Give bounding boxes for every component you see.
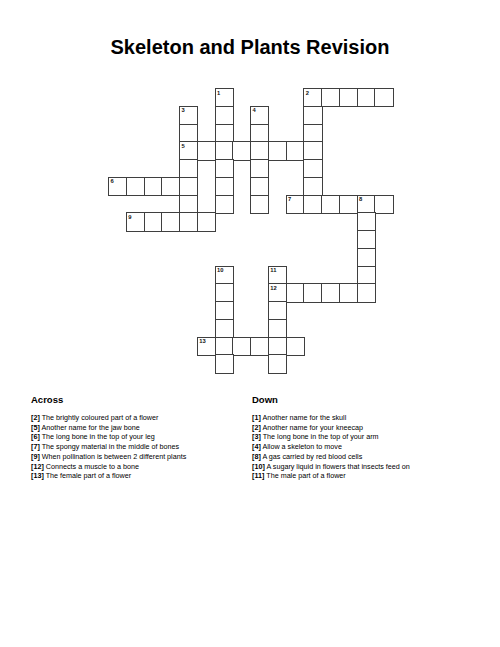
grid-cell-r5c0[interactable]: 6 [108,177,127,196]
grid-cell-r5c6[interactable] [215,177,234,196]
cell-number: 4 [253,107,256,113]
grid-cell-r2c8[interactable] [250,124,269,143]
grid-cell-r6c6[interactable] [215,195,234,214]
grid-cell-r11c6[interactable] [215,283,234,302]
clue-number: [8] [252,452,261,461]
grid-cell-r6c13[interactable] [339,195,358,214]
grid-cell-r14c5[interactable]: 13 [197,337,216,356]
grid-cell-r14c7[interactable] [232,337,251,356]
grid-cell-r5c4[interactable] [179,177,198,196]
grid-cell-r7c5[interactable] [197,212,216,231]
grid-cell-r1c6[interactable] [215,106,234,125]
clue-item-12: [12] Connects a muscle to a bone [31,462,247,472]
clue-number: [11] [252,471,264,480]
grid-cell-r2c11[interactable] [303,124,322,143]
grid-cell-r11c13[interactable] [339,283,358,302]
grid-cell-r3c9[interactable] [268,141,287,160]
clue-item-8: [8] A gas carried by red blood cells [252,452,492,462]
clue-number: [2] [252,423,261,432]
clue-text: The spongy material in the middle of bon… [40,442,179,451]
grid-cell-r3c5[interactable] [197,141,216,160]
clue-text: Another name for the skull [261,413,347,422]
clue-item-2: [2] Another name for your kneecap [252,423,492,433]
clue-item-3: [3] The long bone in the top of your arm [252,432,492,442]
clue-item-2: [2] The brightly coloured part of a flow… [31,413,247,423]
cell-number: 10 [217,267,223,273]
grid-cell-r0c6[interactable]: 1 [215,88,234,107]
grid-cell-r5c8[interactable] [250,177,269,196]
grid-cell-r7c3[interactable] [161,212,180,231]
clue-text: Allow a skeleton to move [261,442,342,451]
clue-item-6: [6] The long bone in the top of your leg [31,432,247,442]
cell-number: 11 [270,267,276,273]
clue-number: [5] [31,423,40,432]
grid-cell-r2c6[interactable] [215,124,234,143]
grid-cell-r5c11[interactable] [303,177,322,196]
grid-cell-r0c13[interactable] [339,88,358,107]
cell-number: 12 [270,285,276,291]
grid-cell-r11c10[interactable] [286,283,305,302]
clue-text: Connects a muscle to a bone [44,462,139,471]
clue-text: Another name for your kneecap [261,423,363,432]
cell-number: 8 [359,196,362,202]
grid-cell-r14c8[interactable] [250,337,269,356]
grid-cell-r6c10[interactable]: 7 [286,195,305,214]
grid-cell-r11c9[interactable]: 12 [268,283,287,302]
page-title: Skeleton and Plants Revision [0,36,500,59]
grid-cell-r3c8[interactable] [250,141,269,160]
grid-cell-r1c8[interactable]: 4 [250,106,269,125]
grid-cell-r2c4[interactable] [179,124,198,143]
grid-cell-r14c9[interactable] [268,337,287,356]
grid-cell-r12c6[interactable] [215,301,234,320]
grid-cell-r1c11[interactable] [303,106,322,125]
clue-item-13: [13] The female part of a flower [31,471,247,481]
clue-text: When pollination is between 2 different … [40,452,187,461]
grid-cell-r3c6[interactable] [215,141,234,160]
clue-number: [13] [31,471,44,480]
cell-number: 1 [217,90,220,96]
clue-text: The long bone in the top of your leg [40,432,155,441]
cell-number: 2 [306,90,309,96]
grid-cell-r9c14[interactable] [357,248,376,267]
clue-text: The brightly coloured part of a flower [40,413,159,422]
grid-cell-r7c1[interactable]: 9 [126,212,145,231]
clue-text: A sugary liquid in flowers that insects … [265,462,410,471]
clue-text: The female part of a flower [44,471,131,480]
crossword-grid: 12345678910111213 [108,88,395,375]
clue-item-11: [11] The male part of a flower [252,471,492,481]
grid-cell-r10c14[interactable] [357,266,376,285]
grid-cell-r6c12[interactable] [321,195,340,214]
grid-cell-r1c4[interactable]: 3 [179,106,198,125]
grid-cell-r0c14[interactable] [357,88,376,107]
grid-cell-r6c15[interactable] [374,195,393,214]
clue-text: The long bone in the top of your arm [261,432,379,441]
grid-cell-r5c2[interactable] [144,177,163,196]
grid-cell-r14c10[interactable] [286,337,305,356]
clue-number: [2] [31,413,40,422]
across-clues-section: Across [2] The brightly coloured part of… [31,394,247,481]
grid-cell-r4c6[interactable] [215,159,234,178]
grid-cell-r6c11[interactable] [303,195,322,214]
clue-number: [9] [31,452,40,461]
grid-cell-r3c10[interactable] [286,141,305,160]
clue-item-10: [10] A sugary liquid in flowers that ins… [252,462,492,472]
cell-number: 9 [128,214,131,220]
clue-number: [4] [252,442,261,451]
grid-cell-r4c4[interactable] [179,159,198,178]
grid-cell-r3c11[interactable] [303,141,322,160]
down-clues-section: Down [1] Another name for the skull[2] A… [252,394,492,481]
clue-number: [1] [252,413,261,422]
clue-item-1: [1] Another name for the skull [252,413,492,423]
grid-cell-r6c8[interactable] [250,195,269,214]
down-header: Down [252,394,492,405]
clue-number: [7] [31,442,40,451]
grid-cell-r6c14[interactable]: 8 [357,195,376,214]
across-clue-list: [2] The brightly coloured part of a flow… [31,413,247,481]
grid-cell-r10c9[interactable]: 11 [268,266,287,285]
grid-cell-r5c1[interactable] [126,177,145,196]
grid-cell-r6c4[interactable] [179,195,198,214]
grid-cell-r7c2[interactable] [144,212,163,231]
grid-cell-r4c8[interactable] [250,159,269,178]
clue-item-4: [4] Allow a skeleton to move [252,442,492,452]
clue-item-7: [7] The spongy material in the middle of… [31,442,247,452]
grid-cell-r0c12[interactable] [321,88,340,107]
cell-number: 3 [182,107,185,113]
grid-cell-r11c11[interactable] [303,283,322,302]
cell-number: 6 [111,178,114,184]
grid-cell-r11c12[interactable] [321,283,340,302]
clue-item-5: [5] Another name for the jaw bone [31,423,247,433]
grid-cell-r0c11[interactable]: 2 [303,88,322,107]
grid-cell-r0c15[interactable] [374,88,393,107]
grid-cell-r15c9[interactable] [268,354,287,373]
clue-number: [6] [31,432,40,441]
grid-cell-r13c6[interactable] [215,319,234,338]
clue-number: [3] [252,432,261,441]
cell-number: 13 [199,338,205,344]
grid-cell-r7c14[interactable] [357,212,376,231]
grid-cell-r8c14[interactable] [357,230,376,249]
across-header: Across [31,394,247,405]
grid-cell-r11c14[interactable] [357,283,376,302]
grid-cell-r10c6[interactable]: 10 [215,266,234,285]
grid-cell-r13c9[interactable] [268,319,287,338]
grid-cell-r7c4[interactable] [179,212,198,231]
cell-number: 5 [182,143,185,149]
grid-cell-r3c7[interactable] [232,141,251,160]
grid-cell-r14c6[interactable] [215,337,234,356]
cell-number: 7 [288,196,291,202]
clue-text: A gas carried by red blood cells [261,452,362,461]
clue-text: Another name for the jaw bone [40,423,140,432]
grid-cell-r12c9[interactable] [268,301,287,320]
clue-number: [12] [31,462,44,471]
grid-cell-r3c4[interactable]: 5 [179,141,198,160]
clue-number: [10] [252,462,265,471]
down-clue-list: [1] Another name for the skull[2] Anothe… [252,413,492,481]
grid-cell-r5c3[interactable] [161,177,180,196]
grid-cell-r4c11[interactable] [303,159,322,178]
grid-cell-r15c6[interactable] [215,354,234,373]
clue-item-9: [9] When pollination is between 2 differ… [31,452,247,462]
clue-text: The male part of a flower [264,471,345,480]
